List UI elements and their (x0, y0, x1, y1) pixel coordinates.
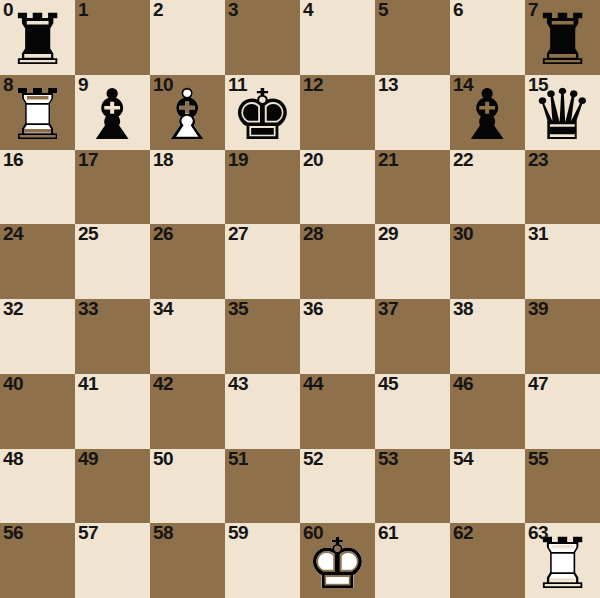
piece-black-bishop[interactable]: ♝ (81, 79, 144, 149)
square-index-label: 32 (3, 299, 23, 321)
square-26[interactable]: 26 (150, 224, 225, 299)
square-58[interactable]: 58 (150, 523, 225, 598)
square-index-label: 0 (3, 0, 13, 22)
square-index-label: 17 (78, 150, 98, 172)
piece-glyph: ♖ (6, 79, 69, 149)
square-7[interactable]: 7♜ (525, 0, 600, 75)
square-index-label: 55 (528, 449, 548, 471)
square-38[interactable]: 38 (450, 299, 525, 374)
square-12[interactable]: 12 (300, 75, 375, 150)
square-index-label: 15 (528, 75, 548, 97)
square-46[interactable]: 46 (450, 374, 525, 449)
piece-glyph: ♝ (81, 79, 144, 149)
square-index-label: 60 (303, 523, 323, 545)
square-index-label: 35 (228, 299, 248, 321)
square-index-label: 20 (303, 150, 323, 172)
square-index-label: 9 (78, 75, 88, 97)
square-index-label: 33 (78, 299, 98, 321)
square-index-label: 11 (228, 75, 247, 97)
square-index-label: 50 (153, 449, 173, 471)
square-16[interactable]: 16 (0, 150, 75, 225)
square-index-label: 23 (528, 150, 548, 172)
square-index-label: 56 (3, 523, 23, 545)
square-20[interactable]: 20 (300, 150, 375, 225)
square-34[interactable]: 34 (150, 299, 225, 374)
square-index-label: 40 (3, 374, 23, 396)
square-index-label: 29 (378, 224, 398, 246)
square-14[interactable]: 14♝ (450, 75, 525, 150)
square-index-label: 21 (378, 150, 398, 172)
piece-white-rook[interactable]: ♜♖ (6, 79, 69, 149)
square-index-label: 58 (153, 523, 173, 545)
square-index-label: 7 (528, 0, 538, 22)
square-index-label: 59 (228, 523, 248, 545)
square-9[interactable]: 9♝ (75, 75, 150, 150)
square-index-label: 18 (153, 150, 173, 172)
square-39[interactable]: 39 (525, 299, 600, 374)
square-36[interactable]: 36 (300, 299, 375, 374)
square-60[interactable]: 60♚♔ (300, 523, 375, 598)
square-15[interactable]: 15♛ (525, 75, 600, 150)
square-index-label: 62 (453, 523, 473, 545)
square-index-label: 57 (78, 523, 98, 545)
square-index-label: 1 (78, 0, 88, 22)
square-45[interactable]: 45 (375, 374, 450, 449)
square-index-label: 41 (78, 374, 98, 396)
square-59[interactable]: 59 (225, 523, 300, 598)
square-index-label: 38 (453, 299, 473, 321)
square-index-label: 37 (378, 299, 398, 321)
square-42[interactable]: 42 (150, 374, 225, 449)
piece-glyph: ♜ (531, 4, 594, 74)
square-25[interactable]: 25 (75, 224, 150, 299)
square-40[interactable]: 40 (0, 374, 75, 449)
square-32[interactable]: 32 (0, 299, 75, 374)
square-8[interactable]: 8♜♖ (0, 75, 75, 150)
square-10[interactable]: 10♝♗ (150, 75, 225, 150)
square-31[interactable]: 31 (525, 224, 600, 299)
square-index-label: 6 (453, 0, 463, 22)
square-index-label: 31 (528, 224, 548, 246)
square-11[interactable]: 11♚ (225, 75, 300, 150)
square-index-label: 13 (378, 75, 398, 97)
square-62[interactable]: 62 (450, 523, 525, 598)
square-48[interactable]: 48 (0, 449, 75, 524)
square-4[interactable]: 4 (300, 0, 375, 75)
square-index-label: 8 (3, 75, 13, 97)
square-54[interactable]: 54 (450, 449, 525, 524)
piece-black-rook[interactable]: ♜ (6, 4, 69, 74)
square-index-label: 12 (303, 75, 323, 97)
square-index-label: 45 (378, 374, 398, 396)
square-13[interactable]: 13 (375, 75, 450, 150)
square-index-label: 14 (453, 75, 473, 97)
square-index-label: 10 (153, 75, 173, 97)
square-0[interactable]: 0♜ (0, 0, 75, 75)
square-50[interactable]: 50 (150, 449, 225, 524)
square-21[interactable]: 21 (375, 150, 450, 225)
square-index-label: 39 (528, 299, 548, 321)
square-49[interactable]: 49 (75, 449, 150, 524)
square-index-label: 5 (378, 0, 388, 22)
square-index-label: 4 (303, 0, 313, 22)
square-63[interactable]: 63♜♖ (525, 523, 600, 598)
square-56[interactable]: 56 (0, 523, 75, 598)
square-index-label: 61 (378, 523, 398, 545)
square-6[interactable]: 6 (450, 0, 525, 75)
chess-board: 0♜1234567♜8♜♖9♝10♝♗11♚121314♝15♛16171819… (0, 0, 600, 598)
square-index-label: 53 (378, 449, 398, 471)
square-61[interactable]: 61 (375, 523, 450, 598)
square-index-label: 24 (3, 224, 23, 246)
square-23[interactable]: 23 (525, 150, 600, 225)
square-19[interactable]: 19 (225, 150, 300, 225)
square-index-label: 54 (453, 449, 473, 471)
square-37[interactable]: 37 (375, 299, 450, 374)
square-47[interactable]: 47 (525, 374, 600, 449)
square-index-label: 44 (303, 374, 323, 396)
square-index-label: 47 (528, 374, 548, 396)
square-44[interactable]: 44 (300, 374, 375, 449)
square-index-label: 34 (153, 299, 173, 321)
square-index-label: 48 (3, 449, 23, 471)
square-33[interactable]: 33 (75, 299, 150, 374)
square-index-label: 36 (303, 299, 323, 321)
square-index-label: 28 (303, 224, 323, 246)
square-43[interactable]: 43 (225, 374, 300, 449)
square-index-label: 27 (228, 224, 248, 246)
square-index-label: 51 (228, 449, 248, 471)
square-index-label: 25 (78, 224, 98, 246)
square-55[interactable]: 55 (525, 449, 600, 524)
square-17[interactable]: 17 (75, 150, 150, 225)
square-24[interactable]: 24 (0, 224, 75, 299)
square-30[interactable]: 30 (450, 224, 525, 299)
square-index-label: 26 (153, 224, 173, 246)
square-3[interactable]: 3 (225, 0, 300, 75)
square-53[interactable]: 53 (375, 449, 450, 524)
square-index-label: 2 (153, 0, 163, 22)
square-index-label: 22 (453, 150, 473, 172)
square-index-label: 63 (528, 523, 548, 545)
square-index-label: 16 (3, 150, 23, 172)
piece-black-rook[interactable]: ♜ (531, 4, 594, 74)
square-35[interactable]: 35 (225, 299, 300, 374)
square-index-label: 43 (228, 374, 248, 396)
square-index-label: 19 (228, 150, 248, 172)
square-57[interactable]: 57 (75, 523, 150, 598)
square-index-label: 3 (228, 0, 238, 22)
square-index-label: 52 (303, 449, 323, 471)
square-index-label: 30 (453, 224, 473, 246)
square-51[interactable]: 51 (225, 449, 300, 524)
square-index-label: 49 (78, 449, 98, 471)
square-27[interactable]: 27 (225, 224, 300, 299)
square-2[interactable]: 2 (150, 0, 225, 75)
square-52[interactable]: 52 (300, 449, 375, 524)
square-5[interactable]: 5 (375, 0, 450, 75)
square-22[interactable]: 22 (450, 150, 525, 225)
square-index-label: 46 (453, 374, 473, 396)
square-28[interactable]: 28 (300, 224, 375, 299)
square-29[interactable]: 29 (375, 224, 450, 299)
piece-glyph: ♜ (6, 4, 69, 74)
square-1[interactable]: 1 (75, 0, 150, 75)
square-18[interactable]: 18 (150, 150, 225, 225)
square-index-label: 42 (153, 374, 173, 396)
square-41[interactable]: 41 (75, 374, 150, 449)
